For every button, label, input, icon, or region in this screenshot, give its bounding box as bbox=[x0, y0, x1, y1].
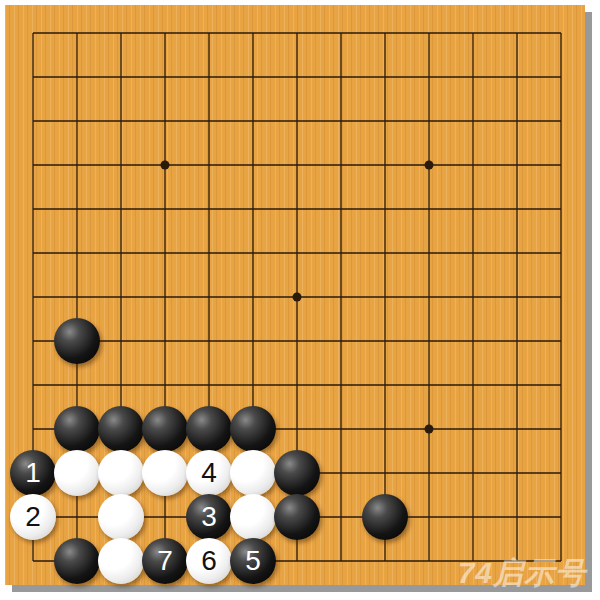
black-stone: 7 bbox=[142, 538, 188, 584]
star-point bbox=[425, 425, 434, 434]
black-stone bbox=[54, 318, 100, 364]
white-stone: 6 bbox=[186, 538, 232, 584]
black-stone bbox=[98, 406, 144, 452]
stone-number: 3 bbox=[201, 503, 217, 531]
star-point bbox=[161, 161, 170, 170]
stone-number: 4 bbox=[201, 459, 217, 487]
stone-number: 6 bbox=[201, 547, 217, 575]
stone-number: 5 bbox=[245, 547, 261, 575]
black-stone bbox=[54, 406, 100, 452]
black-stone: 5 bbox=[230, 538, 276, 584]
white-stone bbox=[98, 450, 144, 496]
white-stone bbox=[54, 450, 100, 496]
white-stone bbox=[98, 538, 144, 584]
white-stone bbox=[142, 450, 188, 496]
go-board: 1423765 bbox=[5, 5, 585, 585]
white-stone bbox=[230, 450, 276, 496]
page: 1423765 74启示号 bbox=[0, 0, 600, 600]
black-stone bbox=[362, 494, 408, 540]
black-stone bbox=[54, 538, 100, 584]
white-stone: 4 bbox=[186, 450, 232, 496]
black-stone bbox=[186, 406, 232, 452]
star-point bbox=[293, 293, 302, 302]
black-stone: 3 bbox=[186, 494, 232, 540]
black-stone bbox=[274, 494, 320, 540]
star-point bbox=[425, 161, 434, 170]
white-stone: 2 bbox=[10, 494, 56, 540]
watermark: 74启示号 bbox=[458, 553, 586, 594]
white-stone bbox=[230, 494, 276, 540]
black-stone: 1 bbox=[10, 450, 56, 496]
black-stone bbox=[142, 406, 188, 452]
stone-number: 2 bbox=[25, 503, 41, 531]
stone-number: 7 bbox=[157, 547, 173, 575]
white-stone bbox=[98, 494, 144, 540]
black-stone bbox=[274, 450, 320, 496]
black-stone bbox=[230, 406, 276, 452]
stone-number: 1 bbox=[25, 459, 41, 487]
